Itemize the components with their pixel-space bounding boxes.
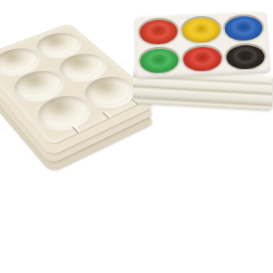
paint-well (180, 15, 223, 44)
paint-well (222, 14, 265, 43)
paint-well (137, 17, 179, 46)
paint-well (224, 42, 268, 72)
filled-palette-top-tray (134, 11, 270, 79)
filled-palette-stack (133, 8, 273, 128)
product-photo (0, 0, 273, 273)
paint-well (181, 44, 224, 74)
paint-well (138, 46, 181, 76)
empty-palette-stack (0, 0, 152, 158)
